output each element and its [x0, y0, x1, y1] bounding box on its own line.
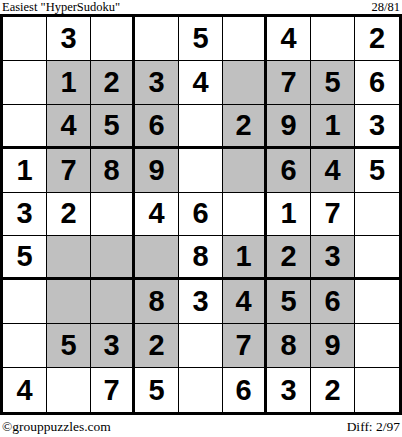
- cell-r9c2[interactable]: [47, 368, 91, 412]
- cell-r1c8[interactable]: [311, 17, 355, 61]
- cell-r8c5[interactable]: [179, 324, 223, 368]
- cell-r7c5[interactable]: 3: [179, 280, 223, 324]
- cell-r7c3[interactable]: [91, 280, 135, 324]
- progress-counter: 28/81: [372, 1, 400, 14]
- cell-r2c2[interactable]: 1: [47, 61, 91, 105]
- cell-r5c8[interactable]: 7: [311, 193, 355, 237]
- puzzle-title: Easiest "HyperSudoku": [2, 1, 120, 14]
- cell-r3c9[interactable]: 3: [355, 105, 399, 149]
- cell-r5c5[interactable]: 6: [179, 193, 223, 237]
- footer: ©grouppuzzles.com Diff: 2/97: [0, 415, 402, 437]
- cell-r5c3[interactable]: [91, 193, 135, 237]
- cell-r2c7[interactable]: 7: [267, 61, 311, 105]
- cell-r9c8[interactable]: 2: [311, 368, 355, 412]
- cell-r6c6[interactable]: 1: [223, 236, 267, 280]
- cell-r3c1[interactable]: [3, 105, 47, 149]
- cell-r6c2[interactable]: [47, 236, 91, 280]
- cell-r3c7[interactable]: 9: [267, 105, 311, 149]
- cell-r7c4[interactable]: 8: [135, 280, 179, 324]
- cell-r9c3[interactable]: 7: [91, 368, 135, 412]
- cell-r1c7[interactable]: 4: [267, 17, 311, 61]
- cell-r8c2[interactable]: 5: [47, 324, 91, 368]
- cell-r2c1[interactable]: [3, 61, 47, 105]
- copyright-text: ©grouppuzzles.com: [2, 419, 111, 435]
- cell-r2c9[interactable]: 6: [355, 61, 399, 105]
- cell-r7c6[interactable]: 4: [223, 280, 267, 324]
- cell-r2c3[interactable]: 2: [91, 61, 135, 105]
- cell-r3c4[interactable]: 6: [135, 105, 179, 149]
- cell-r5c1[interactable]: 3: [3, 193, 47, 237]
- cell-r1c6[interactable]: [223, 17, 267, 61]
- cell-r1c1[interactable]: [3, 17, 47, 61]
- cell-r2c4[interactable]: 3: [135, 61, 179, 105]
- cell-r4c6[interactable]: [223, 149, 267, 193]
- cell-r8c3[interactable]: 3: [91, 324, 135, 368]
- cell-r1c3[interactable]: [91, 17, 135, 61]
- header: Easiest "HyperSudoku" 28/81: [0, 0, 402, 14]
- cell-r4c8[interactable]: 4: [311, 149, 355, 193]
- cell-r6c7[interactable]: 2: [267, 236, 311, 280]
- cell-r8c6[interactable]: 7: [223, 324, 267, 368]
- cell-r2c8[interactable]: 5: [311, 61, 355, 105]
- cell-r5c7[interactable]: 1: [267, 193, 311, 237]
- cell-r6c4[interactable]: [135, 236, 179, 280]
- cell-r7c2[interactable]: [47, 280, 91, 324]
- cell-r2c5[interactable]: 4: [179, 61, 223, 105]
- cell-r6c5[interactable]: 8: [179, 236, 223, 280]
- cell-r8c8[interactable]: 9: [311, 324, 355, 368]
- cell-r5c6[interactable]: [223, 193, 267, 237]
- cell-r4c9[interactable]: 5: [355, 149, 399, 193]
- cell-r9c5[interactable]: [179, 368, 223, 412]
- cell-r3c8[interactable]: 1: [311, 105, 355, 149]
- cell-r4c5[interactable]: [179, 149, 223, 193]
- cell-r6c3[interactable]: [91, 236, 135, 280]
- cell-r6c1[interactable]: 5: [3, 236, 47, 280]
- cell-r6c8[interactable]: 3: [311, 236, 355, 280]
- puzzle-page: Easiest "HyperSudoku" 28/81 354212347564…: [0, 0, 402, 437]
- cell-r9c1[interactable]: 4: [3, 368, 47, 412]
- cell-r7c1[interactable]: [3, 280, 47, 324]
- cell-r5c2[interactable]: 2: [47, 193, 91, 237]
- cell-r4c2[interactable]: 7: [47, 149, 91, 193]
- sudoku-board[interactable]: 3542123475645629131789645324617581238345…: [0, 14, 402, 415]
- cell-r8c4[interactable]: 2: [135, 324, 179, 368]
- cell-r1c4[interactable]: [135, 17, 179, 61]
- cell-r9c9[interactable]: [355, 368, 399, 412]
- cell-r4c7[interactable]: 6: [267, 149, 311, 193]
- cell-r4c3[interactable]: 8: [91, 149, 135, 193]
- cell-r3c3[interactable]: 5: [91, 105, 135, 149]
- cell-r9c7[interactable]: 3: [267, 368, 311, 412]
- difficulty-text: Diff: 2/97: [347, 419, 400, 435]
- cell-r9c6[interactable]: 6: [223, 368, 267, 412]
- cell-r7c8[interactable]: 6: [311, 280, 355, 324]
- cell-r1c2[interactable]: 3: [47, 17, 91, 61]
- cell-r5c9[interactable]: [355, 193, 399, 237]
- cell-r4c1[interactable]: 1: [3, 149, 47, 193]
- cell-r8c1[interactable]: [3, 324, 47, 368]
- cell-r9c4[interactable]: 5: [135, 368, 179, 412]
- cell-r8c9[interactable]: [355, 324, 399, 368]
- cell-r3c6[interactable]: 2: [223, 105, 267, 149]
- cell-r5c4[interactable]: 4: [135, 193, 179, 237]
- cell-r6c9[interactable]: [355, 236, 399, 280]
- cell-r7c7[interactable]: 5: [267, 280, 311, 324]
- cell-r1c5[interactable]: 5: [179, 17, 223, 61]
- cell-r8c7[interactable]: 8: [267, 324, 311, 368]
- cell-r4c4[interactable]: 9: [135, 149, 179, 193]
- cell-r3c2[interactable]: 4: [47, 105, 91, 149]
- cell-r1c9[interactable]: 2: [355, 17, 399, 61]
- cell-r2c6[interactable]: [223, 61, 267, 105]
- cell-r3c5[interactable]: [179, 105, 223, 149]
- cell-r7c9[interactable]: [355, 280, 399, 324]
